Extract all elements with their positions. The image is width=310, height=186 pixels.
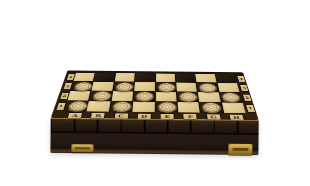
- checker-piece[interactable]: [179, 92, 197, 102]
- checker-piece[interactable]: [135, 92, 152, 102]
- board-square[interactable]: [156, 73, 176, 82]
- checker-piece[interactable]: [112, 101, 131, 112]
- checker-piece[interactable]: [92, 91, 111, 101]
- board-square[interactable]: [176, 74, 196, 83]
- board-square[interactable]: [132, 102, 154, 113]
- board-square[interactable]: [217, 83, 239, 92]
- board-square[interactable]: [67, 91, 90, 101]
- board-square[interactable]: [155, 92, 176, 102]
- brass-clasp-left: [71, 144, 93, 152]
- board-square[interactable]: [195, 74, 216, 83]
- checker-piece[interactable]: [73, 82, 92, 92]
- rank-label: 4: [237, 76, 246, 83]
- checker-piece[interactable]: [157, 83, 173, 93]
- box-front-face: [50, 118, 258, 155]
- board-square[interactable]: [215, 74, 236, 83]
- wooden-game-box: ABCDEFGH 44332211: [0, 0, 310, 186]
- checker-piece-top: [115, 82, 134, 92]
- checker-piece[interactable]: [115, 82, 132, 92]
- checker-piece[interactable]: [201, 102, 220, 113]
- checker-piece-top: [157, 83, 175, 93]
- checker-piece[interactable]: [198, 83, 216, 93]
- checker-piece-top: [179, 92, 199, 102]
- board-square[interactable]: [222, 103, 246, 114]
- rank-label: 3: [239, 85, 249, 92]
- rank-label: 1: [245, 104, 256, 112]
- board-square[interactable]: [177, 102, 200, 113]
- checker-piece[interactable]: [221, 93, 240, 103]
- checker-piece-top: [112, 101, 133, 112]
- board-plane: ABCDEFGH 44332211: [51, 70, 259, 120]
- board-square[interactable]: [135, 73, 155, 82]
- board-square[interactable]: [87, 101, 111, 112]
- board-square[interactable]: [111, 91, 133, 101]
- checker-piece[interactable]: [157, 102, 175, 113]
- board-square[interactable]: [73, 73, 95, 82]
- board-square[interactable]: [198, 92, 220, 102]
- board-square[interactable]: [94, 73, 115, 82]
- brass-clasp-right: [228, 144, 252, 155]
- board-square[interactable]: [134, 82, 154, 91]
- checker-piece-top: [157, 102, 177, 113]
- checker-piece-top: [135, 92, 154, 102]
- rank-label: 2: [242, 94, 252, 102]
- board-square[interactable]: [115, 73, 135, 82]
- board-square[interactable]: [176, 83, 197, 92]
- checker-piece[interactable]: [66, 101, 86, 112]
- board-square[interactable]: [92, 82, 114, 91]
